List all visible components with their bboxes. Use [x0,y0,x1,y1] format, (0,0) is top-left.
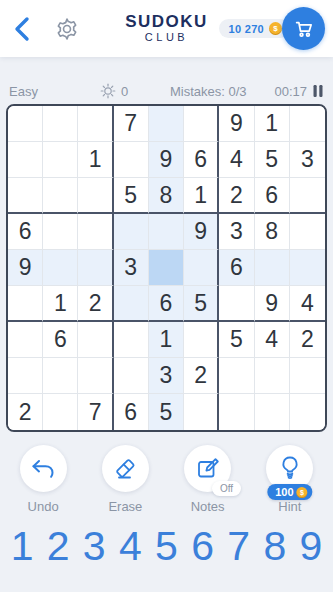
cell-r2c9[interactable]: 3 [290,142,325,178]
timer-value: 00:17 [274,84,307,99]
numpad-key-2[interactable]: 2 [47,524,70,569]
cell-r3c7[interactable]: 2 [219,178,254,214]
cell-r4c6[interactable]: 9 [184,214,219,250]
coin-balance-value: 10 270 [229,23,264,35]
cell-r1c3[interactable] [78,106,113,142]
cell-r5c9[interactable] [290,250,325,286]
cell-r1c4[interactable]: 7 [114,106,149,142]
cell-r2c8[interactable]: 5 [255,142,290,178]
timer-group: 00:17 [274,84,324,99]
cell-r7c7[interactable]: 5 [219,322,254,358]
cell-r9c4[interactable]: 6 [114,394,149,430]
cell-r1c1[interactable] [8,106,43,142]
cell-r8c9[interactable] [290,358,325,394]
cell-r2c1[interactable] [8,142,43,178]
cell-r9c6[interactable] [184,394,219,430]
numpad-key-1[interactable]: 1 [11,524,34,569]
cell-r2c3[interactable]: 1 [78,142,113,178]
cell-r8c6[interactable]: 2 [184,358,219,394]
app-title-block: SUDOKU CLUB [125,13,208,44]
cell-r9c7[interactable] [219,394,254,430]
cart-icon [293,18,315,40]
cell-r7c4[interactable] [114,322,149,358]
cell-r6c6[interactable]: 5 [184,286,219,322]
cell-r4c8[interactable]: 8 [255,214,290,250]
cell-r6c9[interactable]: 4 [290,286,325,322]
cell-r6c5[interactable]: 6 [149,286,184,322]
hint-bulb-icon [277,455,303,482]
cell-r1c6[interactable] [184,106,219,142]
gear-icon [54,16,80,42]
numpad-key-3[interactable]: 3 [83,524,106,569]
cell-r8c5[interactable]: 3 [149,358,184,394]
cell-r8c3[interactable] [78,358,113,394]
cell-r7c8[interactable]: 4 [255,322,290,358]
undo-icon [30,457,56,481]
sudoku-board: 79119645358126693893612659461542322765 [6,104,327,432]
cell-r3c8[interactable]: 6 [255,178,290,214]
cell-r2c2[interactable] [43,142,78,178]
cell-r5c3[interactable] [78,250,113,286]
cell-r7c5[interactable]: 1 [149,322,184,358]
number-pad: 123456789 [4,524,329,569]
undo-button[interactable]: Undo [8,445,78,514]
cell-r2c4[interactable] [114,142,149,178]
cell-r6c8[interactable]: 9 [255,286,290,322]
score-sun-icon [100,83,116,99]
cell-r5c5[interactable] [149,250,184,286]
erase-button[interactable]: Erase [90,445,160,514]
cell-r3c9[interactable] [290,178,325,214]
score-value: 0 [121,84,128,99]
cell-r7c1[interactable] [8,322,43,358]
toolbar: Undo Erase Off [2,445,331,514]
cell-r6c3[interactable]: 2 [78,286,113,322]
cell-r8c8[interactable] [255,358,290,394]
cell-r3c2[interactable] [43,178,78,214]
cell-r5c1[interactable]: 9 [8,250,43,286]
hint-label: Hint [278,499,301,514]
notes-pencil-icon [195,456,221,482]
eraser-icon [112,456,138,482]
notes-label: Notes [191,499,225,514]
cell-r1c2[interactable] [43,106,78,142]
cell-r5c8[interactable] [255,250,290,286]
numpad-key-9[interactable]: 9 [300,524,323,569]
cell-r1c5[interactable] [149,106,184,142]
cell-r6c2[interactable]: 1 [43,286,78,322]
hint-cost-value: 100 [275,486,293,498]
cell-r9c5[interactable]: 5 [149,394,184,430]
cell-r4c3[interactable] [78,214,113,250]
cell-r9c2[interactable] [43,394,78,430]
cell-r3c6[interactable]: 1 [184,178,219,214]
numpad-key-4[interactable]: 4 [119,524,142,569]
cell-r4c4[interactable] [114,214,149,250]
hint-coin-icon: $ [297,487,308,498]
cell-r8c4[interactable] [114,358,149,394]
numpad-key-6[interactable]: 6 [191,524,214,569]
cell-r5c2[interactable] [43,250,78,286]
cell-r5c6[interactable] [184,250,219,286]
difficulty-label: Easy [9,84,38,99]
cell-r4c2[interactable] [43,214,78,250]
cell-r3c5[interactable]: 8 [149,178,184,214]
cell-r3c3[interactable] [78,178,113,214]
cell-r8c1[interactable] [8,358,43,394]
cell-r9c9[interactable] [290,394,325,430]
mistakes-label: Mistakes: 0/3 [156,84,247,99]
cell-r8c2[interactable] [43,358,78,394]
numpad-key-8[interactable]: 8 [263,524,286,569]
numpad-key-5[interactable]: 5 [155,524,178,569]
cell-r9c1[interactable]: 2 [8,394,43,430]
cell-r6c4[interactable] [114,286,149,322]
cell-r7c9[interactable]: 2 [290,322,325,358]
hint-button[interactable]: 100 $ Hint [255,445,325,514]
cell-r5c4[interactable]: 3 [114,250,149,286]
back-button[interactable] [8,12,36,46]
score-indicator: 0 [100,83,128,99]
cell-r3c4[interactable]: 5 [114,178,149,214]
cell-r5c7[interactable]: 6 [219,250,254,286]
cell-r1c9[interactable] [290,106,325,142]
notes-button[interactable]: Off Notes [173,445,243,514]
app-subtitle: CLUB [125,33,208,45]
coin-balance: 10 270 $ [219,19,290,38]
undo-label: Undo [28,499,59,514]
cell-r1c8[interactable]: 1 [255,106,290,142]
cell-r4c9[interactable] [290,214,325,250]
cell-r6c7[interactable] [219,286,254,322]
cell-r2c6[interactable]: 6 [184,142,219,178]
cell-r4c5[interactable] [149,214,184,250]
shop-button[interactable] [282,7,325,50]
settings-button[interactable] [50,12,84,46]
cell-r9c3[interactable]: 7 [78,394,113,430]
cell-r7c3[interactable] [78,322,113,358]
sudoku-app-screen: { "game": "sudoku", "position": "...7..9… [0,0,333,592]
header: SUDOKU CLUB 10 270 $ [0,0,333,57]
pause-button[interactable] [312,84,324,98]
cell-r4c1[interactable]: 6 [8,214,43,250]
cell-r7c2[interactable]: 6 [43,322,78,358]
coin-icon: $ [269,22,282,35]
back-chevron-icon [12,16,32,42]
numpad-key-7[interactable]: 7 [227,524,250,569]
cell-r6c1[interactable] [8,286,43,322]
cell-r7c6[interactable] [184,322,219,358]
cell-r3c1[interactable] [8,178,43,214]
hint-cost-badge: 100 $ [267,484,312,500]
cell-r2c5[interactable]: 9 [149,142,184,178]
app-title: SUDOKU [125,13,208,31]
notes-state-badge: Off [212,481,241,496]
cell-r1c7[interactable]: 9 [219,106,254,142]
status-bar: Easy 0 Mistakes: 0/3 00:17 [9,83,324,99]
cell-r8c7[interactable] [219,358,254,394]
erase-label: Erase [108,499,142,514]
cell-r2c7[interactable]: 4 [219,142,254,178]
cell-r4c7[interactable]: 3 [219,214,254,250]
cell-r9c8[interactable] [255,394,290,430]
